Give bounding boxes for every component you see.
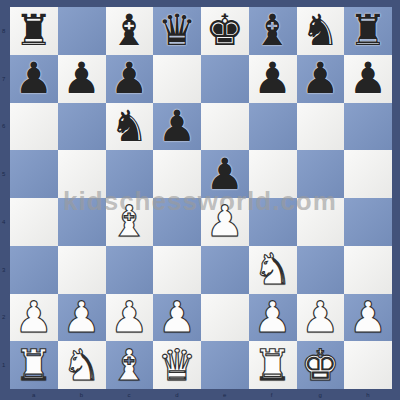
chess-board: ♜♝♛♚♝♞♜♟♟♟♟♟♟♞♟♟♝♟♞♟♟♟♟♟♟♟♜♞♝♛♜♚ [10,7,392,389]
square-e7[interactable] [201,55,249,103]
square-f4[interactable] [249,198,297,246]
square-d7[interactable] [153,55,201,103]
rank-label-3: 3 [2,267,5,273]
square-e1[interactable] [201,341,249,389]
square-d4[interactable] [153,198,201,246]
chessboard-frame: ♜♝♛♚♝♞♜♟♟♟♟♟♟♞♟♟♝♟♞♟♟♟♟♟♟♟♜♞♝♛♜♚ kidsche… [0,0,400,400]
square-d6[interactable]: ♟ [153,103,201,151]
black-rook: ♜ [349,9,388,52]
square-b7[interactable]: ♟ [58,55,106,103]
black-bishop: ♝ [253,9,292,52]
square-b8[interactable] [58,7,106,55]
square-g1[interactable]: ♚ [297,341,345,389]
square-h7[interactable]: ♟ [344,55,392,103]
square-b1[interactable]: ♞ [58,341,106,389]
square-f1[interactable]: ♜ [249,341,297,389]
white-bishop: ♝ [110,200,149,243]
square-c8[interactable]: ♝ [106,7,154,55]
square-b3[interactable] [58,246,106,294]
white-pawn: ♟ [301,296,340,339]
square-f5[interactable] [249,150,297,198]
rank-label-5: 5 [2,171,5,177]
square-a4[interactable] [10,198,58,246]
black-pawn: ♟ [110,57,149,100]
square-c7[interactable]: ♟ [106,55,154,103]
square-g7[interactable]: ♟ [297,55,345,103]
white-queen: ♛ [158,344,197,387]
file-label-e: e [223,392,226,398]
square-d5[interactable] [153,150,201,198]
square-a6[interactable] [10,103,58,151]
white-pawn: ♟ [110,296,149,339]
file-label-h: h [366,392,369,398]
square-g6[interactable] [297,103,345,151]
square-b2[interactable]: ♟ [58,294,106,342]
square-f6[interactable] [249,103,297,151]
square-h1[interactable] [344,341,392,389]
rank-label-2: 2 [2,314,5,320]
square-h4[interactable] [344,198,392,246]
black-pawn: ♟ [62,57,101,100]
square-c2[interactable]: ♟ [106,294,154,342]
square-g4[interactable] [297,198,345,246]
white-pawn: ♟ [15,296,54,339]
square-a3[interactable] [10,246,58,294]
file-label-d: d [175,392,178,398]
white-knight: ♞ [62,344,101,387]
square-f3[interactable]: ♞ [249,246,297,294]
square-d3[interactable] [153,246,201,294]
square-c1[interactable]: ♝ [106,341,154,389]
black-knight: ♞ [301,9,340,52]
square-g3[interactable] [297,246,345,294]
white-knight: ♞ [253,248,292,291]
square-h3[interactable] [344,246,392,294]
square-e8[interactable]: ♚ [201,7,249,55]
black-pawn: ♟ [206,153,245,196]
white-pawn: ♟ [158,296,197,339]
white-pawn: ♟ [206,200,245,243]
square-b4[interactable] [58,198,106,246]
white-pawn: ♟ [62,296,101,339]
square-d1[interactable]: ♛ [153,341,201,389]
square-a7[interactable]: ♟ [10,55,58,103]
file-label-f: f [271,392,273,398]
square-f2[interactable]: ♟ [249,294,297,342]
white-pawn: ♟ [349,296,388,339]
black-bishop: ♝ [110,9,149,52]
black-queen: ♛ [158,9,197,52]
square-c4[interactable]: ♝ [106,198,154,246]
square-g8[interactable]: ♞ [297,7,345,55]
black-pawn: ♟ [253,57,292,100]
white-pawn: ♟ [253,296,292,339]
square-c5[interactable] [106,150,154,198]
square-h6[interactable] [344,103,392,151]
black-rook: ♜ [15,9,54,52]
square-c6[interactable]: ♞ [106,103,154,151]
square-a5[interactable] [10,150,58,198]
black-pawn: ♟ [349,57,388,100]
square-e5[interactable]: ♟ [201,150,249,198]
square-f8[interactable]: ♝ [249,7,297,55]
rank-label-7: 7 [2,76,5,82]
rank-label-1: 1 [2,362,5,368]
square-a2[interactable]: ♟ [10,294,58,342]
square-g2[interactable]: ♟ [297,294,345,342]
square-c3[interactable] [106,246,154,294]
file-label-b: b [80,392,83,398]
black-pawn: ♟ [158,105,197,148]
white-bishop: ♝ [110,344,149,387]
rank-label-6: 6 [2,123,5,129]
square-e3[interactable] [201,246,249,294]
square-e6[interactable] [201,103,249,151]
square-h8[interactable]: ♜ [344,7,392,55]
square-b5[interactable] [58,150,106,198]
white-rook: ♜ [253,344,292,387]
square-h2[interactable]: ♟ [344,294,392,342]
black-king: ♚ [206,9,245,52]
square-e4[interactable]: ♟ [201,198,249,246]
square-d2[interactable]: ♟ [153,294,201,342]
square-f7[interactable]: ♟ [249,55,297,103]
square-a8[interactable]: ♜ [10,7,58,55]
rank-label-8: 8 [2,28,5,34]
black-knight: ♞ [110,105,149,148]
file-label-a: a [32,392,35,398]
square-g5[interactable] [297,150,345,198]
square-d8[interactable]: ♛ [153,7,201,55]
square-b6[interactable] [58,103,106,151]
white-rook: ♜ [15,344,54,387]
file-label-c: c [127,392,130,398]
file-label-g: g [318,392,321,398]
black-pawn: ♟ [301,57,340,100]
square-a1[interactable]: ♜ [10,341,58,389]
square-e2[interactable] [201,294,249,342]
rank-label-4: 4 [2,219,5,225]
black-pawn: ♟ [15,57,54,100]
white-king: ♚ [301,344,340,387]
square-h5[interactable] [344,150,392,198]
